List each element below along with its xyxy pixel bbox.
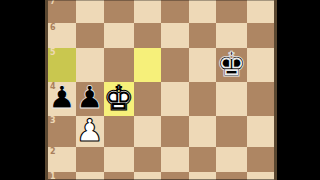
square-f6[interactable] xyxy=(189,23,216,48)
square-a5[interactable]: 5 xyxy=(48,48,76,82)
square-g7[interactable] xyxy=(216,0,246,23)
square-a2[interactable]: 2 xyxy=(48,147,76,172)
square-g1[interactable] xyxy=(216,172,246,180)
square-h4[interactable] xyxy=(247,82,274,116)
rank-label-5: 5 xyxy=(50,49,56,57)
square-a4[interactable]: 4♟ xyxy=(48,82,76,116)
square-d4[interactable] xyxy=(134,82,161,116)
square-h2[interactable] xyxy=(247,147,274,172)
square-b1[interactable] xyxy=(76,172,104,180)
square-c3[interactable] xyxy=(104,116,134,147)
black-pawn[interactable]: ♟ xyxy=(76,82,104,113)
square-c4[interactable]: ♚ xyxy=(104,82,134,116)
square-g5[interactable]: ♚ xyxy=(216,48,246,82)
square-c2[interactable] xyxy=(104,147,134,172)
square-a3[interactable]: 3 xyxy=(48,116,76,147)
square-e5[interactable] xyxy=(161,48,188,82)
square-d6[interactable] xyxy=(134,23,161,48)
black-king[interactable]: ♚ xyxy=(216,47,246,81)
square-h3[interactable] xyxy=(247,116,274,147)
video-frame: 765♚4♟♟♚3♟21 xyxy=(0,0,320,180)
square-e2[interactable] xyxy=(161,147,188,172)
rank-label-6: 6 xyxy=(50,24,56,32)
square-g3[interactable] xyxy=(216,116,246,147)
square-a7[interactable]: 7 xyxy=(48,0,76,23)
square-h5[interactable] xyxy=(247,48,274,82)
square-h1[interactable] xyxy=(247,172,274,180)
square-b3[interactable]: ♟ xyxy=(76,116,104,147)
rank-label-7: 7 xyxy=(50,0,56,6)
square-g2[interactable] xyxy=(216,147,246,172)
square-h7[interactable] xyxy=(247,0,274,23)
square-f3[interactable] xyxy=(189,116,216,147)
square-a6[interactable]: 6 xyxy=(48,23,76,48)
black-pawn[interactable]: ♟ xyxy=(48,82,76,113)
square-e3[interactable] xyxy=(161,116,188,147)
square-d3[interactable] xyxy=(134,116,161,147)
square-c7[interactable] xyxy=(104,0,134,23)
square-b5[interactable] xyxy=(76,48,104,82)
square-c5[interactable] xyxy=(104,48,134,82)
square-b7[interactable] xyxy=(76,0,104,23)
square-e7[interactable] xyxy=(161,0,188,23)
square-d1[interactable] xyxy=(134,172,161,180)
square-f1[interactable] xyxy=(189,172,216,180)
square-f7[interactable] xyxy=(189,0,216,23)
square-f5[interactable] xyxy=(189,48,216,82)
square-e4[interactable] xyxy=(161,82,188,116)
chess-board: 765♚4♟♟♚3♟21 xyxy=(45,0,277,180)
square-g4[interactable] xyxy=(216,82,246,116)
square-e6[interactable] xyxy=(161,23,188,48)
square-a1[interactable]: 1 xyxy=(48,172,76,180)
square-d5[interactable] xyxy=(134,48,161,82)
white-king[interactable]: ♚ xyxy=(104,81,134,115)
square-h6[interactable] xyxy=(247,23,274,48)
white-pawn[interactable]: ♟ xyxy=(76,115,104,146)
square-b6[interactable] xyxy=(76,23,104,48)
square-d7[interactable] xyxy=(134,0,161,23)
rank-label-1: 1 xyxy=(50,173,56,180)
square-b2[interactable] xyxy=(76,147,104,172)
square-f4[interactable] xyxy=(189,82,216,116)
square-c6[interactable] xyxy=(104,23,134,48)
square-b4[interactable]: ♟ xyxy=(76,82,104,116)
rank-label-2: 2 xyxy=(50,148,56,156)
square-f2[interactable] xyxy=(189,147,216,172)
rank-label-3: 3 xyxy=(50,117,56,125)
board-grid: 765♚4♟♟♚3♟21 xyxy=(48,0,274,180)
square-c1[interactable] xyxy=(104,172,134,180)
square-e1[interactable] xyxy=(161,172,188,180)
square-d2[interactable] xyxy=(134,147,161,172)
